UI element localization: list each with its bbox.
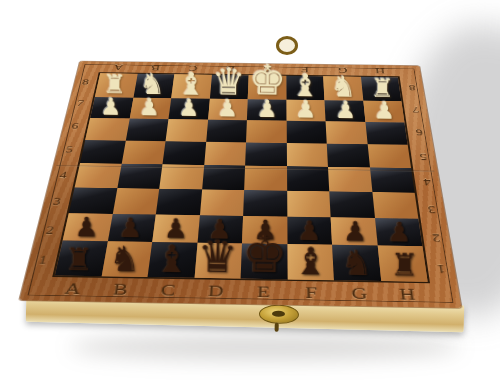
square-g1: ♞ [332, 245, 381, 281]
rank-label: 8 [401, 76, 423, 97]
square-a4 [75, 163, 122, 188]
square-f4 [287, 166, 330, 191]
square-d1: ♛ [194, 243, 242, 279]
file-label: C [143, 279, 193, 302]
square-e5 [245, 142, 286, 166]
square-c6 [166, 119, 208, 142]
file-label: B [95, 279, 146, 302]
black-bishop-icon: ♝ [293, 242, 328, 281]
brass-ring-icon [276, 36, 298, 55]
square-d3 [199, 189, 244, 216]
square-e4 [244, 166, 287, 191]
rank-label: 4 [415, 168, 440, 195]
white-pawn-icon: ♟ [100, 95, 121, 119]
rank-label: 5 [411, 143, 435, 168]
black-knight-icon: ♞ [341, 246, 373, 281]
square-f1: ♝ [287, 244, 334, 280]
white-pawn-icon: ♟ [295, 98, 317, 122]
square-c4 [159, 164, 204, 189]
square-e7: ♟ [247, 99, 286, 121]
white-pawn-icon: ♟ [217, 96, 238, 120]
square-h3 [372, 192, 418, 219]
black-pawn-icon: ♟ [74, 214, 98, 241]
square-b4 [117, 164, 163, 189]
square-c1: ♝ [148, 242, 198, 278]
square-b6 [125, 119, 168, 142]
white-pawn-icon: ♟ [334, 98, 356, 122]
square-a1: ♜ [55, 240, 108, 276]
square-a5 [80, 140, 125, 164]
black-knight-icon: ♞ [110, 242, 141, 277]
black-rook-icon: ♜ [389, 250, 418, 282]
file-label: H [383, 283, 434, 306]
square-e6 [246, 120, 286, 143]
black-rook-icon: ♜ [65, 244, 93, 276]
square-h4 [369, 167, 414, 192]
square-d6 [206, 120, 247, 143]
rank-label: 2 [423, 222, 449, 252]
square-c5 [162, 141, 205, 165]
white-pawn-icon: ♟ [256, 97, 278, 121]
square-e3 [243, 190, 287, 217]
black-pawn-icon: ♟ [387, 219, 412, 246]
square-h2: ♟ [374, 218, 422, 246]
square-f7: ♟ [286, 100, 325, 122]
rank-label: 7 [405, 97, 427, 120]
square-g6 [326, 121, 368, 144]
square-g2: ♟ [331, 217, 378, 245]
square-a6 [85, 118, 129, 141]
square-g3 [329, 191, 374, 218]
square-b5 [121, 141, 165, 165]
board-grid: ♜♞♝♛♚♝♞♜♟♟♟♟♟♟♟♟♟♟♟♟♟♟♟♟♜♞♝♛♚♝♞♜ [52, 72, 430, 283]
white-pawn-icon: ♟ [178, 96, 199, 120]
square-h7: ♟ [363, 101, 405, 123]
square-g4 [328, 167, 372, 192]
clasp-pin [275, 323, 279, 332]
square-f3 [287, 191, 331, 218]
square-b3 [112, 188, 159, 214]
white-pawn-icon: ♟ [374, 99, 396, 123]
square-f5 [286, 143, 328, 167]
square-c7: ♟ [168, 98, 209, 119]
chess-board: ABCDEFGH ABCDEFGH 87654321 87654321 ♜♞♝♛… [19, 61, 461, 308]
board-surface: ABCDEFGH ABCDEFGH 87654321 87654321 ♜♞♝♛… [19, 61, 461, 308]
file-label: D [191, 280, 240, 303]
square-a7: ♟ [90, 97, 133, 118]
square-h1: ♜ [377, 246, 427, 282]
brass-clasp-icon [259, 304, 299, 324]
file-label: F [288, 282, 337, 305]
black-bishop-icon: ♝ [154, 239, 189, 278]
square-g5 [327, 143, 370, 167]
file-label: G [335, 283, 385, 306]
square-b7: ♟ [129, 98, 171, 119]
chess-set-photo: ABCDEFGH ABCDEFGH 87654321 87654321 ♜♞♝♛… [0, 0, 500, 380]
square-g7: ♟ [324, 100, 365, 122]
square-c3 [156, 189, 202, 216]
square-d5 [204, 142, 246, 166]
square-e1: ♚ [241, 243, 288, 279]
black-king-icon: ♚ [241, 229, 287, 280]
file-label: A [47, 278, 99, 301]
clasp-slot [272, 311, 285, 317]
file-label: E [240, 281, 288, 304]
square-d7: ♟ [208, 99, 248, 121]
square-a3 [69, 187, 117, 213]
square-a2: ♟ [63, 213, 113, 241]
black-pawn-icon: ♟ [118, 214, 143, 241]
square-h6 [365, 122, 408, 145]
rank-label: 1 [428, 252, 455, 284]
white-pawn-icon: ♟ [139, 95, 160, 119]
square-d4 [202, 165, 245, 190]
black-queen-icon: ♛ [198, 234, 239, 279]
square-h5 [367, 144, 411, 168]
rank-label: 6 [408, 120, 431, 144]
square-f6 [286, 121, 327, 144]
cast-shadow-bottom [70, 334, 460, 360]
rank-label: 3 [419, 194, 444, 222]
black-pawn-icon: ♟ [342, 218, 367, 245]
rank-label: 8 [74, 72, 97, 93]
square-b1: ♞ [101, 241, 152, 277]
